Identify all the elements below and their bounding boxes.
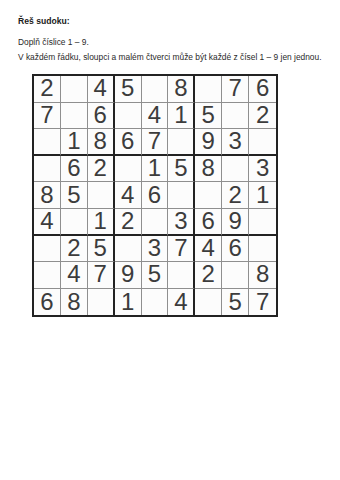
cell-r8c8[interactable] bbox=[222, 262, 249, 289]
cell-r6c3: 1 bbox=[88, 209, 115, 236]
cell-r7c3: 5 bbox=[88, 236, 115, 263]
cell-r5c3[interactable] bbox=[88, 182, 115, 209]
cell-r8c1[interactable] bbox=[34, 262, 61, 289]
cell-r5c9: 1 bbox=[249, 182, 276, 209]
cell-r1c5[interactable] bbox=[142, 76, 169, 103]
cell-r2c9: 2 bbox=[249, 103, 276, 130]
cell-r3c8: 3 bbox=[222, 129, 249, 156]
cell-r2c7: 5 bbox=[195, 103, 222, 130]
cell-r8c6[interactable] bbox=[168, 262, 195, 289]
cell-r1c7[interactable] bbox=[195, 76, 222, 103]
cell-r5c4: 4 bbox=[115, 182, 142, 209]
cell-r1c2[interactable] bbox=[61, 76, 88, 103]
cell-r7c6: 7 bbox=[168, 236, 195, 263]
cell-r4c3: 2 bbox=[88, 156, 115, 183]
cell-r3c1[interactable] bbox=[34, 129, 61, 156]
cell-r4c8[interactable] bbox=[222, 156, 249, 183]
worksheet-page: Řeš sudoku: Doplň číslice 1 – 9. V každé… bbox=[0, 0, 340, 480]
cell-r3c9[interactable] bbox=[249, 129, 276, 156]
cell-r6c8: 9 bbox=[222, 209, 249, 236]
cell-r1c6: 8 bbox=[168, 76, 195, 103]
cell-r8c7: 2 bbox=[195, 262, 222, 289]
cell-r5c8: 2 bbox=[222, 182, 249, 209]
cell-r6c6: 3 bbox=[168, 209, 195, 236]
cell-r4c6: 5 bbox=[168, 156, 195, 183]
cell-r2c8[interactable] bbox=[222, 103, 249, 130]
cell-r3c7: 9 bbox=[195, 129, 222, 156]
cell-r9c1: 6 bbox=[34, 289, 61, 316]
cell-r1c3: 4 bbox=[88, 76, 115, 103]
cell-r8c2: 4 bbox=[61, 262, 88, 289]
cell-r7c2: 2 bbox=[61, 236, 88, 263]
cell-r7c9[interactable] bbox=[249, 236, 276, 263]
cell-r4c2: 6 bbox=[61, 156, 88, 183]
sudoku-board: 2458767641521867936215838546214123692537… bbox=[32, 74, 278, 317]
cell-r4c5: 1 bbox=[142, 156, 169, 183]
cell-r1c4: 5 bbox=[115, 76, 142, 103]
cell-r2c3: 6 bbox=[88, 103, 115, 130]
cell-r2c2[interactable] bbox=[61, 103, 88, 130]
cell-r6c2[interactable] bbox=[61, 209, 88, 236]
cell-r8c4: 9 bbox=[115, 262, 142, 289]
cell-r5c7[interactable] bbox=[195, 182, 222, 209]
cell-r2c6: 1 bbox=[168, 103, 195, 130]
cell-r8c9: 8 bbox=[249, 262, 276, 289]
instruction-fill-digits: Doplň číslice 1 – 9. bbox=[18, 37, 89, 47]
instruction-rules: V každém řádku, sloupci a malém čtverci … bbox=[18, 52, 322, 62]
cell-r9c5[interactable] bbox=[142, 289, 169, 316]
cell-r6c5[interactable] bbox=[142, 209, 169, 236]
cell-r1c8: 7 bbox=[222, 76, 249, 103]
cell-r7c4[interactable] bbox=[115, 236, 142, 263]
cell-r5c5: 6 bbox=[142, 182, 169, 209]
cell-r9c9: 7 bbox=[249, 289, 276, 316]
cell-r9c7[interactable] bbox=[195, 289, 222, 316]
cell-r9c6: 4 bbox=[168, 289, 195, 316]
cell-r7c1[interactable] bbox=[34, 236, 61, 263]
cell-r3c2: 1 bbox=[61, 129, 88, 156]
cell-r6c4: 2 bbox=[115, 209, 142, 236]
cell-r9c8: 5 bbox=[222, 289, 249, 316]
cell-r5c2: 5 bbox=[61, 182, 88, 209]
cell-r9c3[interactable] bbox=[88, 289, 115, 316]
cell-r6c1: 4 bbox=[34, 209, 61, 236]
cell-r4c4[interactable] bbox=[115, 156, 142, 183]
cell-r7c7: 4 bbox=[195, 236, 222, 263]
cell-r1c9: 6 bbox=[249, 76, 276, 103]
cell-r8c5: 5 bbox=[142, 262, 169, 289]
cell-r4c9: 3 bbox=[249, 156, 276, 183]
cell-r3c3: 8 bbox=[88, 129, 115, 156]
cell-r8c3: 7 bbox=[88, 262, 115, 289]
cell-r2c4[interactable] bbox=[115, 103, 142, 130]
cell-r6c7: 6 bbox=[195, 209, 222, 236]
cell-r7c8: 6 bbox=[222, 236, 249, 263]
cell-r6c9[interactable] bbox=[249, 209, 276, 236]
worksheet-title: Řeš sudoku: bbox=[18, 16, 70, 27]
cell-r3c6[interactable] bbox=[168, 129, 195, 156]
cell-r2c1: 7 bbox=[34, 103, 61, 130]
cell-r9c2: 8 bbox=[61, 289, 88, 316]
cell-r7c5: 3 bbox=[142, 236, 169, 263]
cell-r4c1[interactable] bbox=[34, 156, 61, 183]
cell-r9c4: 1 bbox=[115, 289, 142, 316]
cell-r5c1: 8 bbox=[34, 182, 61, 209]
cell-r2c5: 4 bbox=[142, 103, 169, 130]
cell-r1c1: 2 bbox=[34, 76, 61, 103]
cell-r3c4: 6 bbox=[115, 129, 142, 156]
cell-r3c5: 7 bbox=[142, 129, 169, 156]
cell-r4c7: 8 bbox=[195, 156, 222, 183]
cell-r5c6[interactable] bbox=[168, 182, 195, 209]
